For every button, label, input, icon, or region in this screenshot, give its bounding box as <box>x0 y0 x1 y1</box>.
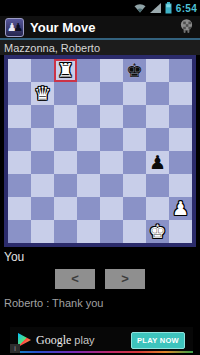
square-g3[interactable] <box>146 174 169 197</box>
square-d1[interactable] <box>77 220 100 243</box>
white-queen-b7: ♛ <box>31 82 54 105</box>
player-name: You <box>4 250 24 264</box>
square-a4[interactable] <box>8 151 31 174</box>
square-e7[interactable] <box>100 82 123 105</box>
opponent-name: Mazzonna, Roberto <box>4 42 100 54</box>
app-icon: ♟ ♟ <box>5 18 24 37</box>
square-h3[interactable] <box>169 174 192 197</box>
status-clock: 6:54 <box>176 3 197 14</box>
square-c8[interactable]: ♜ <box>54 59 77 82</box>
square-e4[interactable] <box>100 151 123 174</box>
play-now-button[interactable]: PLAY NOW <box>131 332 185 349</box>
square-a2[interactable] <box>8 197 31 220</box>
white-king-g1: ♚ <box>146 220 169 243</box>
robot-menu-icon[interactable] <box>178 17 195 38</box>
square-f5[interactable] <box>123 128 146 151</box>
square-e5[interactable] <box>100 128 123 151</box>
square-g8[interactable] <box>146 59 169 82</box>
square-a5[interactable] <box>8 128 31 151</box>
square-d5[interactable] <box>77 128 100 151</box>
square-a3[interactable] <box>8 174 31 197</box>
square-g5[interactable] <box>146 128 169 151</box>
square-c2[interactable] <box>54 197 77 220</box>
square-f4[interactable] <box>123 151 146 174</box>
ad-info-icon[interactable]: i <box>10 344 20 353</box>
square-f2[interactable] <box>123 197 146 220</box>
square-f8[interactable]: ♚ <box>123 59 146 82</box>
square-a6[interactable] <box>8 105 31 128</box>
square-e3[interactable] <box>100 174 123 197</box>
signal-icon <box>150 3 161 13</box>
ad-banner[interactable]: Google play PLAY NOW i <box>10 327 193 353</box>
square-h8[interactable] <box>169 59 192 82</box>
play-logo-text: play <box>74 334 94 346</box>
square-f3[interactable] <box>123 174 146 197</box>
white-pawn-h2: ♟ <box>169 197 192 220</box>
move-nav: < > <box>0 269 200 289</box>
wifi-icon <box>134 3 146 13</box>
square-f7[interactable] <box>123 82 146 105</box>
square-b8[interactable] <box>31 59 54 82</box>
square-h2[interactable]: ♟ <box>169 197 192 220</box>
action-bar: ♟ ♟ Your Move <box>0 16 200 40</box>
square-b7[interactable]: ♛ <box>31 82 54 105</box>
square-g7[interactable] <box>146 82 169 105</box>
square-h6[interactable] <box>169 105 192 128</box>
player-bar: You <box>0 247 200 266</box>
square-a1[interactable] <box>8 220 31 243</box>
square-b2[interactable] <box>31 197 54 220</box>
battery-icon <box>165 2 172 14</box>
square-f1[interactable] <box>123 220 146 243</box>
next-move-button[interactable]: > <box>105 269 145 289</box>
square-b6[interactable] <box>31 105 54 128</box>
black-king-f8: ♚ <box>123 59 146 82</box>
square-b1[interactable] <box>31 220 54 243</box>
square-h1[interactable] <box>169 220 192 243</box>
square-d4[interactable] <box>77 151 100 174</box>
square-c7[interactable] <box>54 82 77 105</box>
square-d3[interactable] <box>77 174 100 197</box>
square-h7[interactable] <box>169 82 192 105</box>
square-c5[interactable] <box>54 128 77 151</box>
ad-rainbow-strip <box>10 351 193 353</box>
status-bar: 6:54 <box>0 0 200 16</box>
page-title: Your Move <box>30 20 96 35</box>
square-h5[interactable] <box>169 128 192 151</box>
square-f6[interactable] <box>123 105 146 128</box>
square-c6[interactable] <box>54 105 77 128</box>
square-b5[interactable] <box>31 128 54 151</box>
square-g6[interactable] <box>146 105 169 128</box>
square-c3[interactable] <box>54 174 77 197</box>
square-e8[interactable] <box>100 59 123 82</box>
prev-move-button[interactable]: < <box>55 269 95 289</box>
white-rook-c8: ♜ <box>54 59 77 82</box>
square-h4[interactable] <box>169 151 192 174</box>
square-b4[interactable] <box>31 151 54 174</box>
square-d2[interactable] <box>77 197 100 220</box>
square-g2[interactable] <box>146 197 169 220</box>
square-b3[interactable] <box>31 174 54 197</box>
google-logo-text: Google <box>36 333 71 348</box>
square-e6[interactable] <box>100 105 123 128</box>
square-g1[interactable]: ♚ <box>146 220 169 243</box>
square-c4[interactable] <box>54 151 77 174</box>
chat-message: Roberto : Thank you <box>0 297 200 309</box>
square-a8[interactable] <box>8 59 31 82</box>
square-c1[interactable] <box>54 220 77 243</box>
square-e2[interactable] <box>100 197 123 220</box>
square-a7[interactable] <box>8 82 31 105</box>
opponent-bar: Mazzonna, Roberto <box>0 40 200 55</box>
chess-board: ♜♚♛♟♟♚ <box>4 55 196 247</box>
square-d7[interactable] <box>77 82 100 105</box>
square-d8[interactable] <box>77 59 100 82</box>
black-pawn-g4: ♟ <box>146 151 169 174</box>
square-e1[interactable] <box>100 220 123 243</box>
square-d6[interactable] <box>77 105 100 128</box>
square-g4[interactable]: ♟ <box>146 151 169 174</box>
